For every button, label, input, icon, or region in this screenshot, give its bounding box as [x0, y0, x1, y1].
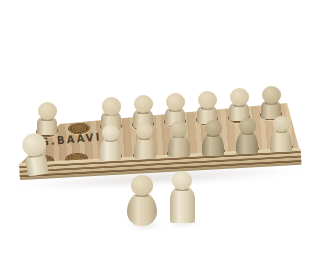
peg-back-8-head: [262, 86, 281, 104]
peg-back-1-head: [38, 102, 57, 120]
peg-front-5[interactable]: [168, 121, 190, 157]
peg-front-4[interactable]: [134, 123, 156, 159]
peg-loose-1[interactable]: [127, 175, 157, 226]
peg-front-7[interactable]: [236, 118, 258, 154]
peg-front-3-head: [102, 125, 119, 141]
peg-back-4-head: [134, 95, 153, 113]
peg-front-5-head: [170, 121, 187, 137]
peg-loose-1-body: [127, 192, 157, 226]
peg-back-5-head: [166, 93, 185, 111]
peg-back-8[interactable]: [261, 86, 281, 119]
peg-front-8-head: [273, 116, 290, 132]
peg-loose-2-head: [172, 171, 192, 190]
peg-front-8[interactable]: [270, 116, 292, 152]
peg-back-3-head: [102, 97, 121, 115]
peg-back-7-head: [230, 88, 249, 106]
peg-front-6[interactable]: [202, 120, 224, 156]
peg-back-1[interactable]: [37, 102, 57, 135]
peg-back-6-head: [198, 91, 217, 109]
peg-front-7-head: [239, 118, 256, 134]
peg-loose-2-body: [170, 186, 195, 223]
peg-front-3[interactable]: [99, 125, 121, 161]
peg-loose-1-head: [131, 175, 153, 196]
product-photo-peg-board: G.BAAVI: [0, 0, 320, 277]
peg-front-4-head: [136, 123, 153, 139]
peg-loose-2[interactable]: [170, 171, 195, 223]
peg-back-7[interactable]: [229, 88, 249, 121]
peg-front-6-head: [205, 120, 222, 136]
